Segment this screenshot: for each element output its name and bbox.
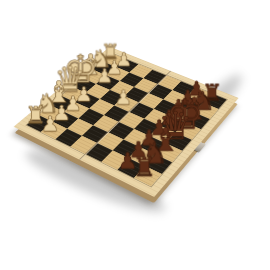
square-h8: ♜ (203, 93, 227, 109)
board-surface: ♜♟♟♜♞♟♟♞♝♟♟♝♚♟♟♚♛♟♟♛♝♟♟♝♞♟♟♞♜♟♟♜ (14, 47, 239, 197)
square-f8: ♝ (185, 112, 210, 129)
chess-board: ♜♟♟♜♞♟♟♞♝♟♟♝♚♟♟♚♛♟♟♛♝♟♟♝♞♟♟♞♜♟♟♜ (14, 47, 239, 197)
product-photo-stage: ♜♟♟♜♞♟♟♞♝♟♟♝♚♟♟♚♛♟♟♛♝♟♟♝♞♟♟♞♜♟♟♜ (0, 0, 270, 270)
box-clasp (193, 141, 206, 152)
